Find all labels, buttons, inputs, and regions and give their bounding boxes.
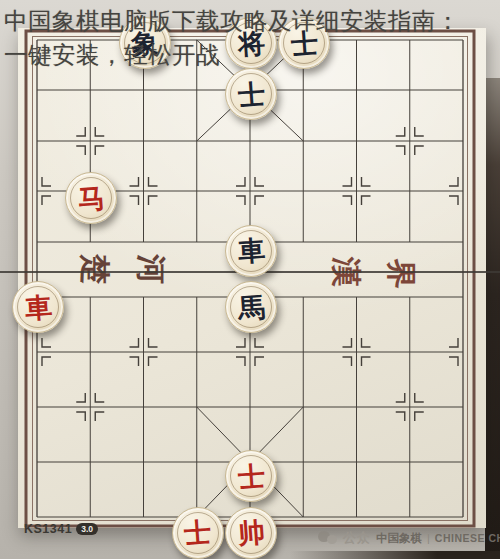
piece-glyph: 車 (237, 236, 266, 265)
piece-glyph: 马 (77, 184, 106, 213)
piece-red-general[interactable]: 帅 (225, 507, 277, 559)
article-title-line2: 一键安装，轻松开战 (4, 38, 460, 72)
piece-glyph: 士 (237, 80, 266, 109)
table-edge-bottom (290, 551, 500, 559)
piece-red-advisor-2[interactable]: 士 (225, 450, 277, 502)
piece-glyph: 士 (183, 518, 212, 547)
piece-red-advisor-1[interactable]: 士 (172, 507, 224, 559)
watermark-brand-en: CHINESE CHESS (435, 532, 500, 544)
board-model-label: KS1341 (24, 522, 72, 536)
piece-glyph: 士 (237, 462, 266, 491)
table-edge-right (485, 78, 500, 559)
article-photo: 楚 河 漢 界 象将士士車馬马車士士帅 中国象棋电脑版下载攻略及详细安装指南： … (0, 0, 500, 559)
watermark-separator: | (427, 532, 430, 544)
watermark-brand-zh: 中国象棋 (376, 531, 422, 546)
piece-black-horse[interactable]: 馬 (225, 281, 277, 333)
wechat-icon (318, 531, 338, 545)
piece-glyph: 車 (24, 293, 53, 322)
version-badge: 3.0 (76, 523, 98, 535)
piece-black-chariot[interactable]: 車 (225, 225, 277, 277)
board-model-row: KS1341 3.0 (24, 522, 98, 536)
piece-red-chariot[interactable]: 車 (12, 281, 64, 333)
river-label-chu: 楚 (80, 254, 110, 284)
river-label-he: 河 (136, 254, 166, 284)
watermark: 公众 中国象棋 | CHINESE CHESS (318, 529, 500, 547)
article-title: 中国象棋电脑版下载攻略及详细安装指南： 一键安装，轻松开战 (4, 4, 460, 72)
river-label-jie: 界 (386, 259, 416, 289)
piece-glyph: 馬 (237, 293, 266, 322)
piece-black-advisor-2[interactable]: 士 (225, 68, 277, 120)
watermark-prefix: 公众 (343, 529, 371, 547)
piece-glyph: 帅 (237, 518, 266, 547)
article-title-line1: 中国象棋电脑版下载攻略及详细安装指南： (4, 4, 460, 38)
